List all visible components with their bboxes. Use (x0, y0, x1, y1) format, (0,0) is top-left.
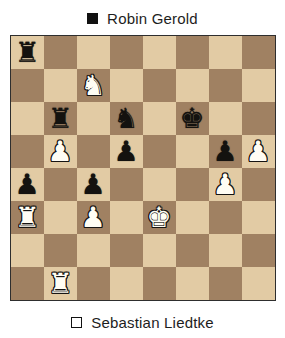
chess-board: ♜♞♜♞♚♟♟♟♟♟♟♟♜♟♚♜ (10, 35, 276, 301)
black-player-name: Robin Gerold (107, 10, 198, 27)
black-square-icon (87, 13, 98, 24)
square-b8[interactable] (44, 36, 77, 69)
black-rook: ♜ (47, 102, 72, 135)
chess-diagram-page: Robin Gerold ♜♞♜♞♚♟♟♟♟♟♟♟♜♟♚♜ Sebastian … (0, 0, 285, 338)
square-a6[interactable] (11, 102, 44, 135)
square-h7[interactable] (242, 69, 275, 102)
square-g7[interactable] (209, 69, 242, 102)
square-a3[interactable]: ♜ (11, 201, 44, 234)
square-h5[interactable]: ♟ (242, 135, 275, 168)
square-c1[interactable] (77, 267, 110, 300)
square-d2[interactable] (110, 234, 143, 267)
square-g1[interactable] (209, 267, 242, 300)
square-d1[interactable] (110, 267, 143, 300)
square-c8[interactable] (77, 36, 110, 69)
square-b5[interactable]: ♟ (44, 135, 77, 168)
square-d4[interactable] (110, 168, 143, 201)
square-f3[interactable] (176, 201, 209, 234)
square-b3[interactable] (44, 201, 77, 234)
square-c5[interactable] (77, 135, 110, 168)
square-e3[interactable]: ♚ (143, 201, 176, 234)
white-pawn: ♟ (245, 135, 270, 168)
black-pawn: ♟ (14, 168, 39, 201)
white-rook: ♜ (14, 201, 39, 234)
square-c6[interactable] (77, 102, 110, 135)
square-b1[interactable]: ♜ (44, 267, 77, 300)
square-b2[interactable] (44, 234, 77, 267)
square-f5[interactable] (176, 135, 209, 168)
black-player-label: Robin Gerold (87, 7, 198, 29)
square-h8[interactable] (242, 36, 275, 69)
square-b4[interactable] (44, 168, 77, 201)
black-pawn: ♟ (80, 168, 105, 201)
square-g8[interactable] (209, 36, 242, 69)
square-a5[interactable] (11, 135, 44, 168)
square-h6[interactable] (242, 102, 275, 135)
square-g3[interactable] (209, 201, 242, 234)
black-rook: ♜ (14, 36, 39, 69)
black-pawn: ♟ (113, 135, 138, 168)
square-g5[interactable]: ♟ (209, 135, 242, 168)
white-square-icon (71, 317, 82, 328)
square-h3[interactable] (242, 201, 275, 234)
square-a8[interactable]: ♜ (11, 36, 44, 69)
square-c3[interactable]: ♟ (77, 201, 110, 234)
square-a4[interactable]: ♟ (11, 168, 44, 201)
square-a7[interactable] (11, 69, 44, 102)
square-e2[interactable] (143, 234, 176, 267)
black-knight: ♞ (113, 102, 138, 135)
square-a2[interactable] (11, 234, 44, 267)
square-c4[interactable]: ♟ (77, 168, 110, 201)
square-h1[interactable] (242, 267, 275, 300)
square-h4[interactable] (242, 168, 275, 201)
square-f1[interactable] (176, 267, 209, 300)
square-c2[interactable] (77, 234, 110, 267)
square-e4[interactable] (143, 168, 176, 201)
white-pawn: ♟ (80, 201, 105, 234)
square-b6[interactable]: ♜ (44, 102, 77, 135)
square-g6[interactable] (209, 102, 242, 135)
square-d5[interactable]: ♟ (110, 135, 143, 168)
square-e6[interactable] (143, 102, 176, 135)
square-e5[interactable] (143, 135, 176, 168)
square-f4[interactable] (176, 168, 209, 201)
white-player-label: Sebastian Liedtke (71, 311, 214, 333)
square-b7[interactable] (44, 69, 77, 102)
square-f8[interactable] (176, 36, 209, 69)
square-d8[interactable] (110, 36, 143, 69)
square-g4[interactable]: ♟ (209, 168, 242, 201)
square-a1[interactable] (11, 267, 44, 300)
square-e7[interactable] (143, 69, 176, 102)
white-player-name: Sebastian Liedtke (91, 314, 214, 331)
square-e8[interactable] (143, 36, 176, 69)
square-e1[interactable] (143, 267, 176, 300)
white-king: ♚ (146, 201, 171, 234)
square-f7[interactable] (176, 69, 209, 102)
square-h2[interactable] (242, 234, 275, 267)
square-c7[interactable]: ♞ (77, 69, 110, 102)
white-knight: ♞ (80, 69, 105, 102)
square-f2[interactable] (176, 234, 209, 267)
white-pawn: ♟ (212, 168, 237, 201)
square-g2[interactable] (209, 234, 242, 267)
black-king: ♚ (179, 102, 204, 135)
square-d6[interactable]: ♞ (110, 102, 143, 135)
white-rook: ♜ (47, 267, 72, 300)
black-pawn: ♟ (212, 135, 237, 168)
white-pawn: ♟ (47, 135, 72, 168)
square-d3[interactable] (110, 201, 143, 234)
square-f6[interactable]: ♚ (176, 102, 209, 135)
square-d7[interactable] (110, 69, 143, 102)
